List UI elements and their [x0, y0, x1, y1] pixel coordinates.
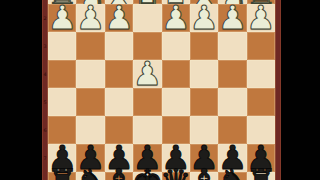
square-g3[interactable] — [76, 32, 104, 60]
square-b4[interactable] — [218, 60, 246, 88]
black-king[interactable]: ♚ — [133, 168, 161, 180]
square-f3[interactable] — [105, 32, 133, 60]
white-pawn[interactable]: ♟ — [247, 4, 275, 32]
square-c2[interactable]: ♟ — [190, 4, 218, 32]
white-pawn[interactable]: ♟ — [162, 4, 190, 32]
square-h8[interactable]: ♜ — [48, 172, 76, 180]
white-pawn[interactable]: ♟ — [76, 4, 104, 32]
square-g4[interactable] — [76, 60, 104, 88]
square-c3[interactable] — [190, 32, 218, 60]
square-a3[interactable] — [247, 32, 275, 60]
white-pawn[interactable]: ♟ — [190, 4, 218, 32]
square-a8[interactable]: ♜ — [247, 172, 275, 180]
square-g8[interactable]: ♞ — [76, 172, 104, 180]
white-pawn[interactable]: ♟ — [218, 4, 246, 32]
rank-label-5: 5 — [43, 100, 48, 105]
black-rook[interactable]: ♜ — [48, 168, 76, 180]
white-pawn[interactable]: ♟ — [133, 60, 161, 88]
square-g2[interactable]: ♟ — [76, 4, 104, 32]
letterbox-left — [0, 0, 42, 180]
white-pawn[interactable]: ♟ — [105, 4, 133, 32]
square-d8[interactable]: ♛ — [162, 172, 190, 180]
square-e5[interactable] — [133, 88, 161, 116]
black-knight[interactable]: ♞ — [218, 168, 246, 180]
square-f8[interactable]: ♝ — [105, 172, 133, 180]
letterbox-right — [281, 0, 320, 180]
square-e8[interactable]: ♚ — [133, 172, 161, 180]
square-d4[interactable] — [162, 60, 190, 88]
square-b8[interactable]: ♞ — [218, 172, 246, 180]
rank-label-6: 6 — [43, 128, 48, 133]
square-g5[interactable] — [76, 88, 104, 116]
square-h3[interactable] — [48, 32, 76, 60]
square-f2[interactable]: ♟ — [105, 4, 133, 32]
black-bishop[interactable]: ♝ — [190, 168, 218, 180]
square-a4[interactable] — [247, 60, 275, 88]
square-a2[interactable]: ♟ — [247, 4, 275, 32]
square-c4[interactable] — [190, 60, 218, 88]
square-h5[interactable] — [48, 88, 76, 116]
square-h4[interactable] — [48, 60, 76, 88]
square-b3[interactable] — [218, 32, 246, 60]
white-pawn[interactable]: ♟ — [48, 4, 76, 32]
square-e4[interactable]: ♟ — [133, 60, 161, 88]
black-rook[interactable]: ♜ — [247, 168, 275, 180]
rank-label-3: 3 — [43, 44, 48, 49]
square-f4[interactable] — [105, 60, 133, 88]
square-d3[interactable] — [162, 32, 190, 60]
square-c8[interactable]: ♝ — [190, 172, 218, 180]
rank-label-4: 4 — [43, 72, 48, 77]
chess-board: ♜♞♝♚♛♝♞♜♟♟♟♟♟♟♟♟♟♟♟♟♟♟♟♟♜♞♝♚♛♝♞♜ — [48, 0, 275, 180]
video-frame: 12345678 ♜♞♝♚♛♝♞♜♟♟♟♟♟♟♟♟♟♟♟♟♟♟♟♟♜♞♝♚♛♝♞… — [0, 0, 320, 180]
black-knight[interactable]: ♞ — [76, 168, 104, 180]
square-e2[interactable] — [133, 4, 161, 32]
square-c5[interactable] — [190, 88, 218, 116]
square-b5[interactable] — [218, 88, 246, 116]
square-d2[interactable]: ♟ — [162, 4, 190, 32]
square-f5[interactable] — [105, 88, 133, 116]
black-bishop[interactable]: ♝ — [105, 168, 133, 180]
black-queen[interactable]: ♛ — [162, 168, 190, 180]
square-b2[interactable]: ♟ — [218, 4, 246, 32]
square-a5[interactable] — [247, 88, 275, 116]
square-h2[interactable]: ♟ — [48, 4, 76, 32]
square-d5[interactable] — [162, 88, 190, 116]
